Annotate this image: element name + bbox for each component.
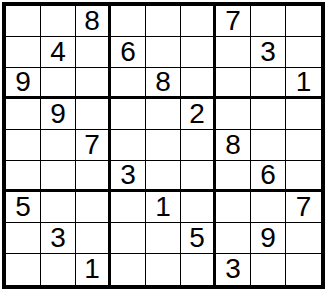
page: 8746398192783651735913	[0, 0, 330, 289]
given-cell-r9c7: 3	[216, 254, 251, 285]
empty-cell-r4c5[interactable]	[146, 99, 181, 130]
empty-cell-r5c1[interactable]	[6, 130, 41, 161]
empty-cell-r9c6[interactable]	[181, 254, 216, 285]
empty-cell-r8c5[interactable]	[146, 223, 181, 254]
empty-cell-r3c2[interactable]	[41, 68, 76, 99]
given-cell-r3c5: 8	[146, 68, 181, 99]
empty-cell-r2c1[interactable]	[6, 37, 41, 68]
given-cell-r1c7: 7	[216, 6, 251, 37]
empty-cell-r5c6[interactable]	[181, 130, 216, 161]
sudoku-board: 8746398192783651735913	[2, 2, 325, 289]
given-cell-r5c7: 8	[216, 130, 251, 161]
empty-cell-r7c2[interactable]	[41, 192, 76, 223]
given-cell-r7c1: 5	[6, 192, 41, 223]
empty-cell-r9c9[interactable]	[286, 254, 321, 285]
given-cell-r2c4: 6	[111, 37, 146, 68]
empty-cell-r1c5[interactable]	[146, 6, 181, 37]
empty-cell-r8c3[interactable]	[76, 223, 111, 254]
empty-cell-r5c8[interactable]	[251, 130, 286, 161]
given-cell-r8c8: 9	[251, 223, 286, 254]
empty-cell-r4c9[interactable]	[286, 99, 321, 130]
given-cell-r4c6: 2	[181, 99, 216, 130]
given-cell-r4c2: 9	[41, 99, 76, 130]
given-cell-r3c9: 1	[286, 68, 321, 99]
empty-cell-r2c9[interactable]	[286, 37, 321, 68]
empty-cell-r8c7[interactable]	[216, 223, 251, 254]
empty-cell-r3c6[interactable]	[181, 68, 216, 99]
empty-cell-r3c3[interactable]	[76, 68, 111, 99]
empty-cell-r9c4[interactable]	[111, 254, 146, 285]
empty-cell-r1c6[interactable]	[181, 6, 216, 37]
empty-cell-r6c3[interactable]	[76, 161, 111, 192]
empty-cell-r4c3[interactable]	[76, 99, 111, 130]
given-cell-r8c6: 5	[181, 223, 216, 254]
empty-cell-r7c4[interactable]	[111, 192, 146, 223]
empty-cell-r6c7[interactable]	[216, 161, 251, 192]
empty-cell-r5c5[interactable]	[146, 130, 181, 161]
empty-cell-r2c7[interactable]	[216, 37, 251, 68]
given-cell-r7c5: 1	[146, 192, 181, 223]
empty-cell-r7c6[interactable]	[181, 192, 216, 223]
empty-cell-r1c8[interactable]	[251, 6, 286, 37]
given-cell-r6c8: 6	[251, 161, 286, 192]
empty-cell-r7c8[interactable]	[251, 192, 286, 223]
empty-cell-r6c5[interactable]	[146, 161, 181, 192]
empty-cell-r7c7[interactable]	[216, 192, 251, 223]
empty-cell-r4c7[interactable]	[216, 99, 251, 130]
empty-cell-r2c3[interactable]	[76, 37, 111, 68]
empty-cell-r9c8[interactable]	[251, 254, 286, 285]
given-cell-r6c4: 3	[111, 161, 146, 192]
empty-cell-r8c9[interactable]	[286, 223, 321, 254]
given-cell-r7c9: 7	[286, 192, 321, 223]
empty-cell-r4c1[interactable]	[6, 99, 41, 130]
empty-cell-r6c2[interactable]	[41, 161, 76, 192]
empty-cell-r2c5[interactable]	[146, 37, 181, 68]
empty-cell-r9c1[interactable]	[6, 254, 41, 285]
empty-cell-r6c9[interactable]	[286, 161, 321, 192]
empty-cell-r6c6[interactable]	[181, 161, 216, 192]
empty-cell-r3c7[interactable]	[216, 68, 251, 99]
empty-cell-r9c5[interactable]	[146, 254, 181, 285]
empty-cell-r6c1[interactable]	[6, 161, 41, 192]
given-cell-r9c3: 1	[76, 254, 111, 285]
empty-cell-r5c2[interactable]	[41, 130, 76, 161]
empty-cell-r5c9[interactable]	[286, 130, 321, 161]
empty-cell-r8c4[interactable]	[111, 223, 146, 254]
empty-cell-r3c8[interactable]	[251, 68, 286, 99]
empty-cell-r4c4[interactable]	[111, 99, 146, 130]
given-cell-r2c8: 3	[251, 37, 286, 68]
given-cell-r3c1: 9	[6, 68, 41, 99]
empty-cell-r7c3[interactable]	[76, 192, 111, 223]
empty-cell-r1c1[interactable]	[6, 6, 41, 37]
empty-cell-r3c4[interactable]	[111, 68, 146, 99]
empty-cell-r1c2[interactable]	[41, 6, 76, 37]
empty-cell-r2c6[interactable]	[181, 37, 216, 68]
empty-cell-r8c1[interactable]	[6, 223, 41, 254]
empty-cell-r4c8[interactable]	[251, 99, 286, 130]
given-cell-r1c3: 8	[76, 6, 111, 37]
empty-cell-r1c4[interactable]	[111, 6, 146, 37]
empty-cell-r5c4[interactable]	[111, 130, 146, 161]
empty-cell-r1c9[interactable]	[286, 6, 321, 37]
given-cell-r8c2: 3	[41, 223, 76, 254]
empty-cell-r9c2[interactable]	[41, 254, 76, 285]
given-cell-r5c3: 7	[76, 130, 111, 161]
given-cell-r2c2: 4	[41, 37, 76, 68]
